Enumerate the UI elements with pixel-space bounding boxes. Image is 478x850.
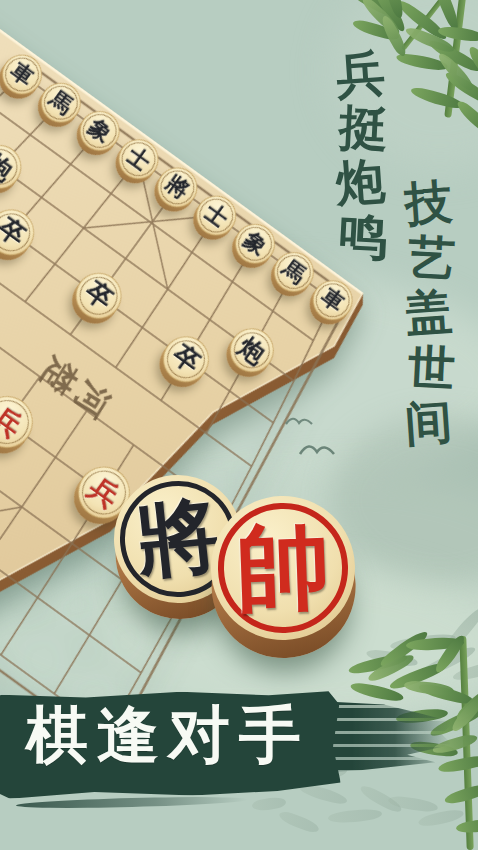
piece-label: 炮 xyxy=(0,149,17,184)
piece-label: 炮 xyxy=(234,333,269,368)
piece-label: 象 xyxy=(240,228,271,259)
calligraphy-char: 间 xyxy=(403,394,454,452)
piece-label: 卒 xyxy=(80,278,116,314)
birds-icon xyxy=(282,412,352,474)
brush-stroke-tail xyxy=(298,700,454,774)
calligraphy-char: 炮 xyxy=(334,154,387,211)
calligraphy-char: 艺 xyxy=(406,230,456,287)
calligraphy-char: 兵 xyxy=(334,46,387,103)
piece-label: 卒 xyxy=(168,341,204,377)
piece-label: 車 xyxy=(317,285,348,316)
piece-label: 士 xyxy=(123,144,154,175)
calligraphy-char: 盖 xyxy=(403,284,454,342)
calligraphy-char: 挺 xyxy=(337,101,389,157)
piece-label: 象 xyxy=(84,116,115,147)
piece-label: 卒 xyxy=(0,214,29,250)
calligraphy-column-right: 技艺盖世间 xyxy=(400,176,456,451)
calligraphy-char: 鸣 xyxy=(337,209,389,265)
calligraphy-char: 世 xyxy=(406,340,456,397)
piece-label: 馬 xyxy=(278,257,309,288)
hero-piece-label: 帥 xyxy=(234,519,331,616)
piece-label: 兵 xyxy=(0,402,27,443)
title-banner: 棋逢对手 xyxy=(0,686,478,826)
brush-stroke-streak xyxy=(16,795,248,810)
hero-piece-red-general: 帥 xyxy=(209,494,358,643)
piece-label: 士 xyxy=(201,200,232,231)
piece-label: 馬 xyxy=(45,87,76,118)
calligraphy-column-left: 兵挺炮鸣 xyxy=(332,48,388,264)
piece-label: 將 xyxy=(162,172,193,203)
piece-label: 車 xyxy=(7,59,38,90)
calligraphy-char: 技 xyxy=(403,174,454,232)
splash-screen: 楚河漢界車馬象士將士象馬車炮炮卒卒卒卒兵兵兵兵炮車馬相仕帥 兵挺炮鸣 技艺盖世间… xyxy=(0,0,478,850)
banner-title: 棋逢对手 xyxy=(26,704,310,766)
